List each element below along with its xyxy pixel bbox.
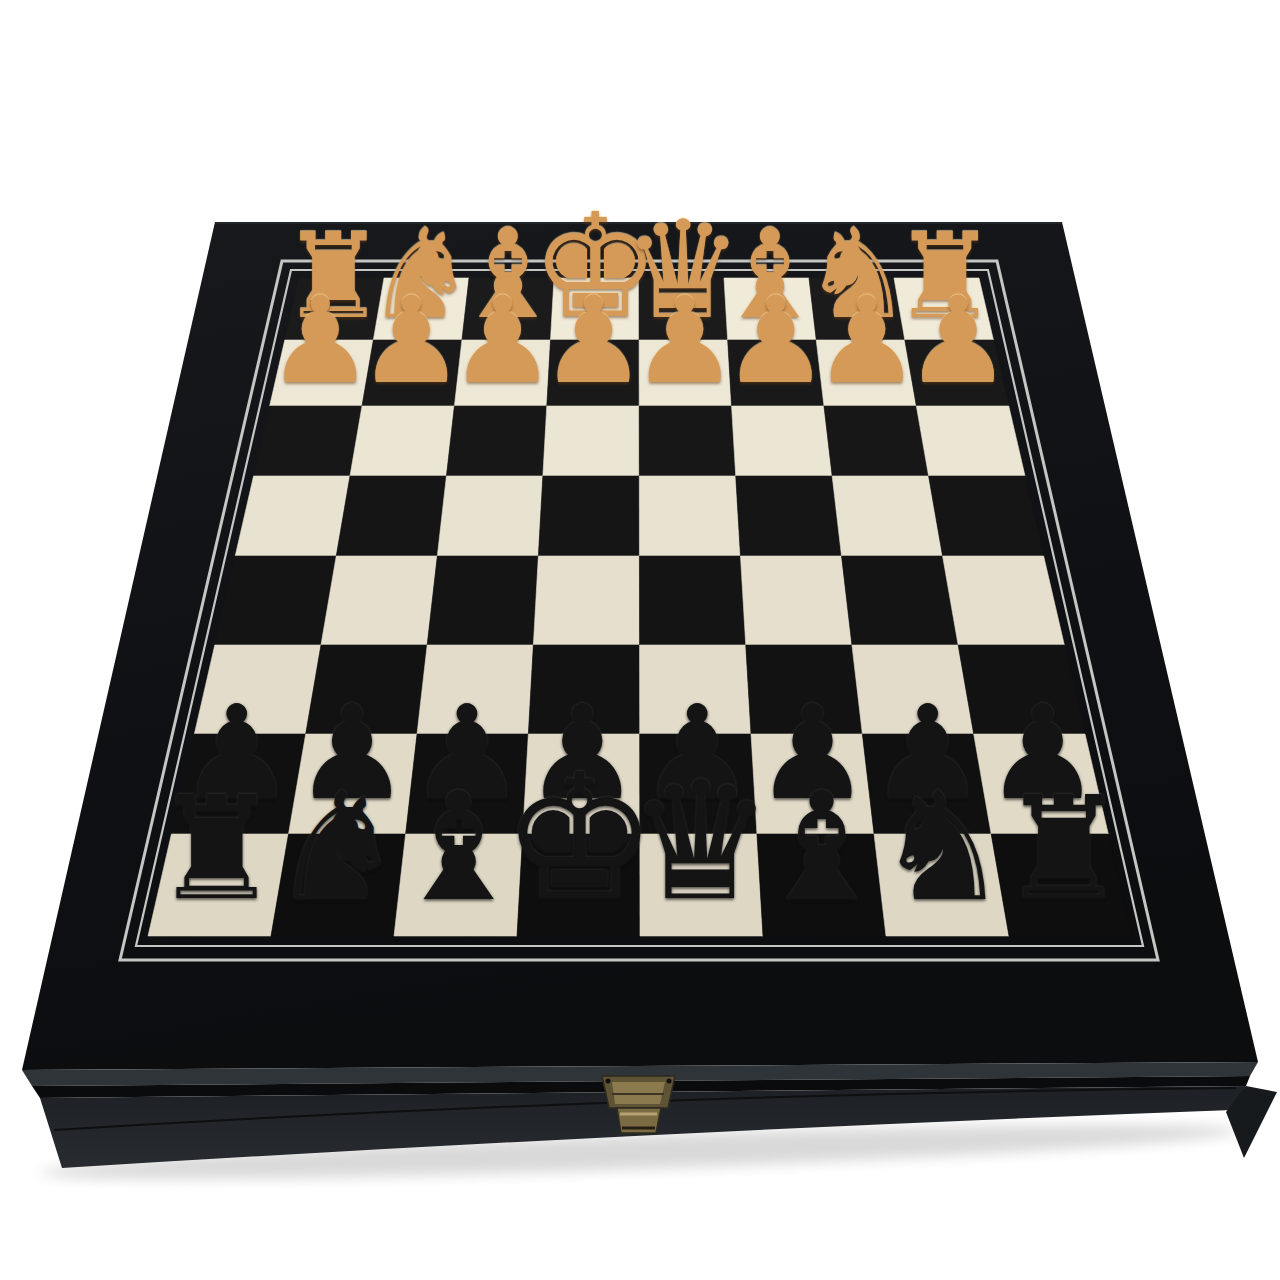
square-e8 — [517, 834, 640, 936]
square-b4 — [832, 476, 942, 556]
square-g3 — [350, 406, 454, 476]
square-a7 — [974, 734, 1109, 834]
chess-set-photo: ♜♞♝♚♛♝♞♜♟♟♟♟♟♟♟♟♟♟♟♟♟♟♟♟♜♞♝♚♛♝♞♜ — [0, 0, 1280, 1280]
square-b5 — [842, 556, 959, 645]
square-b6 — [852, 645, 974, 734]
square-h4 — [235, 476, 350, 556]
square-e5 — [533, 556, 639, 645]
square-g1 — [373, 278, 469, 340]
square-e1 — [551, 278, 640, 340]
square-g5 — [321, 556, 437, 645]
square-f6 — [417, 645, 533, 734]
square-d7 — [640, 734, 757, 834]
square-h1 — [285, 278, 384, 340]
square-c3 — [732, 406, 833, 476]
square-c6 — [746, 645, 863, 734]
square-b3 — [824, 406, 929, 476]
square-g2 — [362, 340, 462, 406]
square-d4 — [639, 476, 740, 556]
square-b7 — [862, 734, 991, 834]
square-e7 — [523, 734, 640, 834]
square-e4 — [538, 476, 639, 556]
square-f3 — [446, 406, 546, 476]
square-g6 — [306, 645, 427, 734]
square-h7 — [171, 734, 305, 834]
square-a4 — [929, 476, 1044, 556]
square-h3 — [254, 406, 362, 476]
square-f1 — [462, 278, 554, 340]
square-d8 — [640, 834, 763, 936]
square-h8 — [148, 834, 289, 936]
square-f5 — [427, 556, 538, 645]
square-a3 — [916, 406, 1025, 476]
square-f8 — [394, 834, 523, 936]
chess-board — [148, 278, 1132, 936]
square-h5 — [215, 556, 336, 645]
square-d2 — [639, 340, 731, 406]
square-c4 — [736, 476, 842, 556]
square-d3 — [639, 406, 736, 476]
square-g8 — [271, 834, 406, 936]
square-h2 — [270, 340, 374, 406]
square-b8 — [874, 834, 1009, 936]
square-a8 — [991, 834, 1132, 936]
square-a1 — [894, 278, 993, 340]
square-b2 — [816, 340, 916, 406]
latch-screw-left — [606, 1079, 611, 1084]
square-g7 — [289, 734, 418, 834]
square-a5 — [943, 556, 1065, 645]
square-e3 — [543, 406, 639, 476]
square-a6 — [958, 645, 1085, 734]
square-f2 — [454, 340, 550, 406]
square-g4 — [336, 476, 446, 556]
square-c7 — [751, 734, 874, 834]
square-d1 — [639, 278, 728, 340]
square-f7 — [406, 734, 529, 834]
square-a2 — [905, 340, 1009, 406]
square-e6 — [528, 645, 639, 734]
latch-screw-right — [667, 1079, 672, 1084]
square-f4 — [437, 476, 543, 556]
square-h6 — [194, 645, 321, 734]
chess-case-and-board — [0, 0, 1280, 1280]
square-d6 — [640, 645, 751, 734]
square-b1 — [809, 278, 905, 340]
square-e2 — [547, 340, 639, 406]
square-c5 — [740, 556, 851, 645]
square-c2 — [728, 340, 824, 406]
square-d5 — [639, 556, 745, 645]
square-c1 — [724, 278, 816, 340]
square-c8 — [757, 834, 886, 936]
